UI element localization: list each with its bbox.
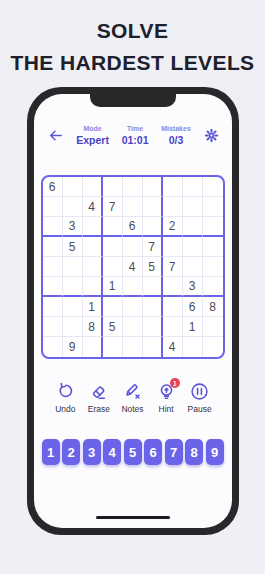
sudoku-cell[interactable]: [183, 257, 203, 277]
notes-button[interactable]: Notes: [116, 382, 150, 414]
undo-button[interactable]: Undo: [49, 382, 83, 414]
sudoku-cell[interactable]: [203, 337, 223, 357]
numpad-button-8[interactable]: 8: [185, 439, 203, 465]
sudoku-cell[interactable]: [163, 197, 183, 217]
sudoku-cell[interactable]: 4: [123, 257, 143, 277]
sudoku-cell[interactable]: [143, 177, 163, 197]
undo-icon: [56, 382, 75, 401]
pencil-notes-icon: [123, 382, 142, 401]
sudoku-cell[interactable]: [183, 177, 203, 197]
back-button[interactable]: [47, 127, 64, 144]
sudoku-cell[interactable]: 3: [63, 217, 83, 237]
sudoku-cell[interactable]: [43, 337, 63, 357]
eraser-icon: [89, 382, 108, 401]
gear-icon: [204, 128, 219, 143]
settings-button[interactable]: [204, 128, 219, 143]
home-indicator[interactable]: [96, 516, 170, 519]
time-value: 01:01: [122, 134, 149, 146]
sudoku-cell[interactable]: [103, 217, 123, 237]
sudoku-cell[interactable]: [183, 197, 203, 217]
sudoku-cell[interactable]: [163, 177, 183, 197]
phone-mockup: Mode Expert Time 01:01 Mistakes 0/3: [27, 87, 239, 535]
undo-label: Undo: [55, 404, 75, 414]
erase-button[interactable]: Erase: [82, 382, 116, 414]
sudoku-cell[interactable]: [163, 317, 183, 337]
sudoku-cell[interactable]: [143, 277, 163, 297]
sudoku-cell[interactable]: [163, 297, 183, 317]
sudoku-cell[interactable]: 8: [203, 297, 223, 317]
numpad-button-7[interactable]: 7: [165, 439, 183, 465]
numpad-button-4[interactable]: 4: [103, 439, 121, 465]
hint-badge: 1: [170, 378, 180, 388]
top-bar: Mode Expert Time 01:01 Mistakes 0/3: [34, 125, 232, 146]
sudoku-cell[interactable]: [203, 277, 223, 297]
phone-notch: [90, 94, 176, 107]
sudoku-cell[interactable]: [203, 177, 223, 197]
mistakes-value: 0/3: [161, 134, 191, 146]
numpad-button-1[interactable]: 1: [42, 439, 60, 465]
sudoku-cell[interactable]: [163, 237, 183, 257]
sudoku-cell[interactable]: [43, 277, 63, 297]
time-stat: Time 01:01: [122, 125, 149, 146]
sudoku-cell[interactable]: [83, 237, 103, 257]
sudoku-cell[interactable]: 7: [143, 237, 163, 257]
sudoku-cell[interactable]: 7: [103, 197, 123, 217]
mode-value: Expert: [76, 134, 109, 146]
sudoku-cell[interactable]: [63, 297, 83, 317]
sudoku-cell[interactable]: 4: [83, 197, 103, 217]
sudoku-cell[interactable]: [123, 317, 143, 337]
sudoku-cell[interactable]: 2: [163, 217, 183, 237]
sudoku-cell[interactable]: 4: [163, 337, 183, 357]
sudoku-cell[interactable]: [43, 317, 63, 337]
title-line-1: SOLVE: [0, 15, 265, 47]
pause-icon: [190, 382, 209, 401]
sudoku-cell[interactable]: [63, 177, 83, 197]
sudoku-cell[interactable]: 6: [183, 297, 203, 317]
sudoku-cell[interactable]: [103, 337, 123, 357]
sudoku-cell[interactable]: [123, 277, 143, 297]
sudoku-cell[interactable]: [143, 197, 163, 217]
sudoku-cell[interactable]: 6: [43, 177, 63, 197]
sudoku-cell[interactable]: [183, 237, 203, 257]
sudoku-cell[interactable]: [103, 297, 123, 317]
sudoku-cell[interactable]: [163, 277, 183, 297]
app-screen: Mode Expert Time 01:01 Mistakes 0/3: [34, 94, 232, 528]
sudoku-cell[interactable]: 7: [163, 257, 183, 277]
sudoku-cell[interactable]: [183, 337, 203, 357]
hint-label: Hint: [159, 404, 174, 414]
sudoku-cell[interactable]: [103, 177, 123, 197]
sudoku-cell[interactable]: [123, 337, 143, 357]
pause-label: Pause: [188, 404, 212, 414]
sudoku-cell[interactable]: [83, 177, 103, 197]
sudoku-cell[interactable]: [103, 257, 123, 277]
sudoku-cell[interactable]: [123, 237, 143, 257]
sudoku-cell[interactable]: [83, 337, 103, 357]
mistakes-stat: Mistakes 0/3: [161, 125, 191, 146]
numpad-button-9[interactable]: 9: [206, 439, 224, 465]
sudoku-cell[interactable]: 5: [143, 257, 163, 277]
page-title: SOLVE THE HARDEST LEVELS: [0, 0, 265, 78]
sudoku-cell[interactable]: [83, 277, 103, 297]
toolbar: Undo Erase: [34, 382, 232, 414]
sudoku-cell[interactable]: [63, 277, 83, 297]
sudoku-cell[interactable]: [43, 297, 63, 317]
numpad-button-2[interactable]: 2: [62, 439, 80, 465]
sudoku-cell[interactable]: [83, 257, 103, 277]
sudoku-cell[interactable]: [143, 317, 163, 337]
sudoku-cell[interactable]: [143, 297, 163, 317]
sudoku-cell[interactable]: [183, 217, 203, 237]
sudoku-board: 647362574571316885194: [41, 175, 225, 359]
sudoku-cell[interactable]: [203, 317, 223, 337]
sudoku-cell[interactable]: [63, 257, 83, 277]
time-label: Time: [122, 125, 149, 132]
sudoku-cell[interactable]: [123, 177, 143, 197]
number-pad: 1 2 3 4 5 6 7 8 9: [34, 439, 232, 465]
sudoku-cell[interactable]: 6: [123, 217, 143, 237]
sudoku-cell[interactable]: [203, 257, 223, 277]
numpad-button-6[interactable]: 6: [144, 439, 162, 465]
numpad-button-5[interactable]: 5: [124, 439, 142, 465]
back-arrow-icon: [47, 127, 64, 144]
sudoku-cell[interactable]: 3: [183, 277, 203, 297]
pause-button[interactable]: Pause: [183, 382, 217, 414]
sudoku-cell[interactable]: [203, 197, 223, 217]
sudoku-cell[interactable]: [143, 337, 163, 357]
sudoku-cell[interactable]: [83, 217, 103, 237]
sudoku-cell[interactable]: [43, 217, 63, 237]
sudoku-cell[interactable]: [203, 237, 223, 257]
hint-button[interactable]: 1 Hint: [149, 382, 183, 414]
mistakes-label: Mistakes: [161, 125, 191, 132]
sudoku-cell[interactable]: [63, 197, 83, 217]
title-line-2: THE HARDEST LEVELS: [0, 47, 265, 79]
sudoku-cell[interactable]: 1: [83, 297, 103, 317]
mode-label: Mode: [76, 125, 109, 132]
mode-stat: Mode Expert: [76, 125, 109, 146]
sudoku-cell[interactable]: 1: [183, 317, 203, 337]
sudoku-cell[interactable]: [123, 297, 143, 317]
sudoku-cell[interactable]: [43, 237, 63, 257]
sudoku-cell[interactable]: 9: [63, 337, 83, 357]
sudoku-cell[interactable]: [43, 197, 63, 217]
sudoku-cell[interactable]: [63, 317, 83, 337]
sudoku-cell[interactable]: [43, 257, 63, 277]
sudoku-cell[interactable]: [203, 217, 223, 237]
sudoku-cell[interactable]: 8: [83, 317, 103, 337]
sudoku-cell[interactable]: [143, 217, 163, 237]
sudoku-cell[interactable]: [103, 237, 123, 257]
numpad-button-3[interactable]: 3: [83, 439, 101, 465]
notes-label: Notes: [121, 404, 143, 414]
sudoku-cell[interactable]: 5: [63, 237, 83, 257]
sudoku-cell[interactable]: 5: [103, 317, 123, 337]
sudoku-cell[interactable]: 1: [103, 277, 123, 297]
sudoku-cell[interactable]: [123, 197, 143, 217]
erase-label: Erase: [88, 404, 110, 414]
